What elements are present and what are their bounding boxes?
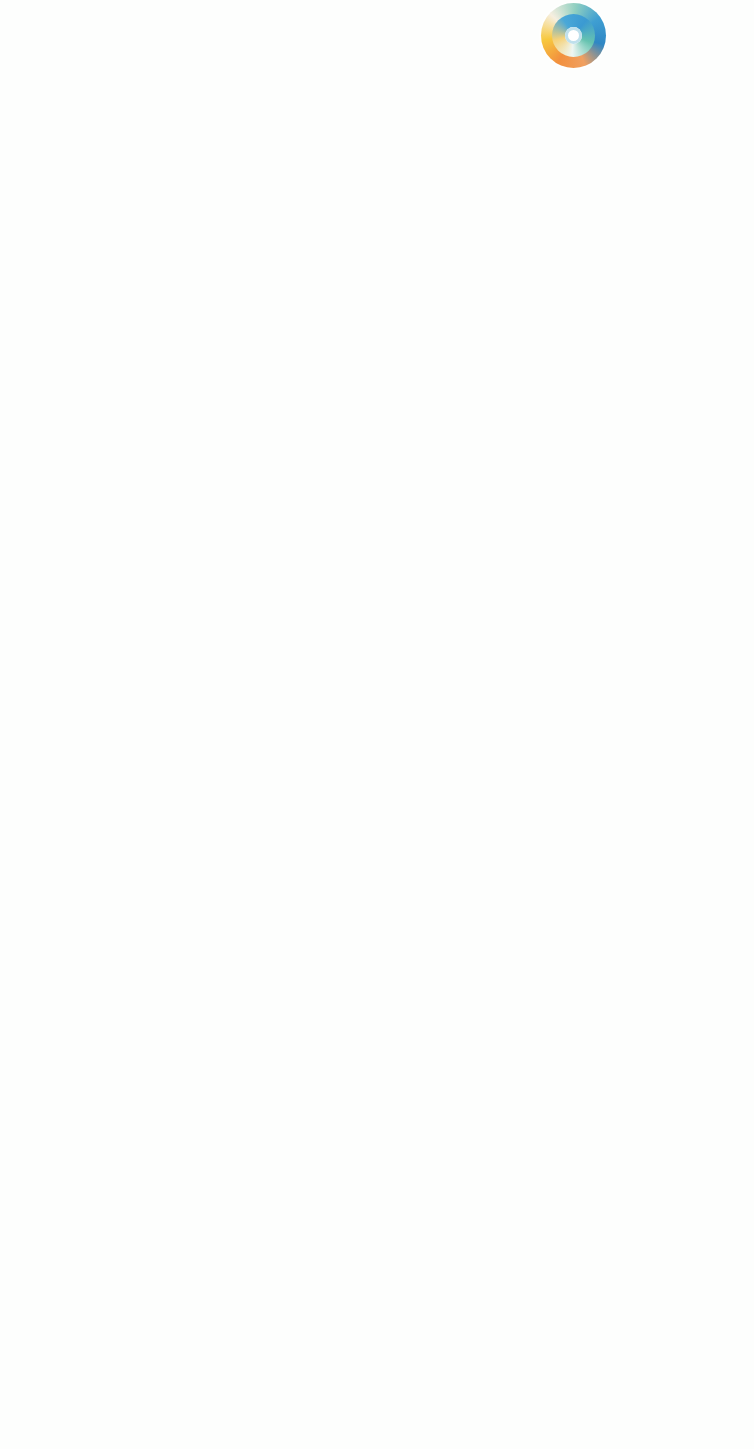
site-logo[interactable] (541, 3, 616, 68)
logo-swirl-icon (541, 3, 606, 68)
lottery-trend-chart (0, 0, 754, 1449)
trend-connection-lines (0, 0, 754, 1449)
logo-text (612, 3, 616, 6)
